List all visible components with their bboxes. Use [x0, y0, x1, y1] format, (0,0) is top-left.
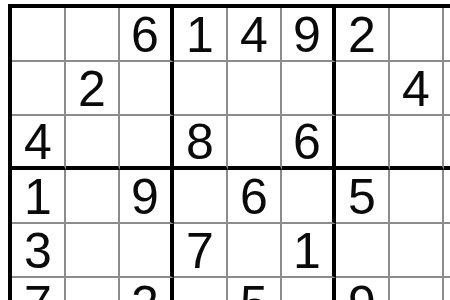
sudoku-cell[interactable]: 9: [282, 8, 336, 62]
sudoku-cell[interactable]: 7: [174, 224, 228, 278]
sudoku-cell[interactable]: [120, 116, 174, 170]
sudoku-cell[interactable]: [444, 170, 450, 224]
sudoku-cell[interactable]: [12, 8, 66, 62]
sudoku-cell[interactable]: 9: [336, 278, 390, 300]
sudoku-cell[interactable]: 1: [12, 170, 66, 224]
sudoku-cell[interactable]: 7: [12, 278, 66, 300]
sudoku-cell[interactable]: [336, 62, 390, 116]
sudoku-cell[interactable]: 2: [66, 62, 120, 116]
sudoku-cell[interactable]: 6: [120, 8, 174, 62]
sudoku-cell[interactable]: [228, 224, 282, 278]
sudoku-board: 614922448619653717259: [8, 4, 450, 300]
sudoku-cell[interactable]: 1: [282, 224, 336, 278]
sudoku-cell[interactable]: [444, 62, 450, 116]
sudoku-cell[interactable]: [174, 170, 228, 224]
sudoku-cell[interactable]: 2: [336, 8, 390, 62]
sudoku-cell[interactable]: [390, 170, 444, 224]
sudoku-cell[interactable]: [390, 224, 444, 278]
sudoku-cell[interactable]: [336, 116, 390, 170]
sudoku-cell[interactable]: [66, 116, 120, 170]
sudoku-cell[interactable]: 2: [120, 278, 174, 300]
sudoku-cell[interactable]: [282, 278, 336, 300]
sudoku-cell[interactable]: 1: [174, 8, 228, 62]
sudoku-cell[interactable]: 9: [120, 170, 174, 224]
sudoku-cell[interactable]: [174, 278, 228, 300]
sudoku-cell[interactable]: [66, 8, 120, 62]
sudoku-cell[interactable]: 4: [390, 62, 444, 116]
sudoku-cell[interactable]: 5: [336, 170, 390, 224]
sudoku-cell[interactable]: [228, 116, 282, 170]
sudoku-cell[interactable]: [66, 224, 120, 278]
sudoku-cell[interactable]: 8: [174, 116, 228, 170]
sudoku-cell[interactable]: [444, 8, 450, 62]
sudoku-cell[interactable]: [66, 170, 120, 224]
sudoku-cell[interactable]: 3: [12, 224, 66, 278]
sudoku-cell[interactable]: [120, 224, 174, 278]
sudoku-cell[interactable]: [228, 62, 282, 116]
sudoku-cell[interactable]: [444, 224, 450, 278]
sudoku-cell[interactable]: 4: [228, 8, 282, 62]
sudoku-cell[interactable]: [282, 170, 336, 224]
sudoku-cell[interactable]: [66, 278, 120, 300]
sudoku-cell[interactable]: [174, 62, 228, 116]
sudoku-cell[interactable]: [282, 62, 336, 116]
sudoku-cell[interactable]: [390, 8, 444, 62]
sudoku-cell[interactable]: [390, 116, 444, 170]
sudoku-cell[interactable]: [444, 278, 450, 300]
sudoku-cell[interactable]: [390, 278, 444, 300]
sudoku-cell[interactable]: [444, 116, 450, 170]
sudoku-cell[interactable]: 4: [12, 116, 66, 170]
sudoku-cell[interactable]: 6: [228, 170, 282, 224]
sudoku-cell[interactable]: 5: [228, 278, 282, 300]
sudoku-cell[interactable]: 6: [282, 116, 336, 170]
sudoku-cell[interactable]: [336, 224, 390, 278]
page: 614922448619653717259: [0, 0, 450, 300]
sudoku-cell[interactable]: [120, 62, 174, 116]
sudoku-cell[interactable]: [12, 62, 66, 116]
